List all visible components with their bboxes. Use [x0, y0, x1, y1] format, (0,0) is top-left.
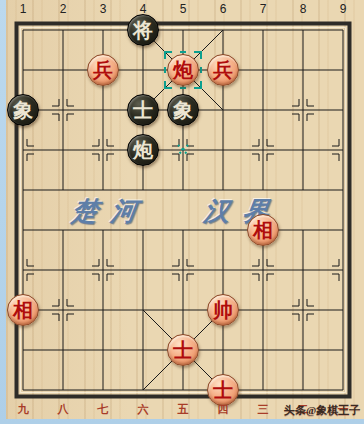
piece-red-elephant-a[interactable]: 相 — [247, 214, 279, 246]
piece-black-cannon[interactable]: 炮 — [127, 134, 159, 166]
piece-red-general[interactable]: 帅 — [207, 294, 239, 326]
file-label-bottom-2: 八 — [53, 402, 73, 417]
file-label-bottom-7: 三 — [253, 402, 273, 417]
file-label-top-4: 4 — [133, 2, 153, 16]
piece-red-cannon[interactable]: 炮 — [167, 54, 199, 86]
file-label-top-5: 5 — [173, 2, 193, 16]
file-label-bottom-4: 六 — [133, 402, 153, 417]
file-label-top-9: 9 — [333, 2, 353, 16]
xiangqi-board[interactable]: 将兵炮兵象士象炮相相帅士士 — [3, 10, 363, 410]
piece-black-advisor[interactable]: 士 — [127, 94, 159, 126]
piece-red-soldier-a[interactable]: 兵 — [87, 54, 119, 86]
piece-red-advisor-a[interactable]: 士 — [167, 334, 199, 366]
file-label-bottom-5: 五 — [173, 402, 193, 417]
piece-red-elephant-b[interactable]: 相 — [7, 294, 39, 326]
piece-red-soldier-b[interactable]: 兵 — [207, 54, 239, 86]
piece-black-general[interactable]: 将 — [127, 14, 159, 46]
piece-black-elephant-a[interactable]: 象 — [7, 94, 39, 126]
file-label-bottom-1: 九 — [13, 402, 33, 417]
file-label-top-8: 8 — [293, 2, 313, 16]
file-label-bottom-3: 七 — [93, 402, 113, 417]
file-label-top-1: 1 — [13, 2, 33, 16]
file-label-top-6: 6 — [213, 2, 233, 16]
piece-black-elephant-b[interactable]: 象 — [167, 94, 199, 126]
file-label-top-7: 7 — [253, 2, 273, 16]
file-label-top-2: 2 — [53, 2, 73, 16]
file-label-top-3: 3 — [93, 2, 113, 16]
file-label-bottom-6: 四 — [213, 402, 233, 417]
watermark: 头条@象棋王子 — [284, 403, 360, 418]
